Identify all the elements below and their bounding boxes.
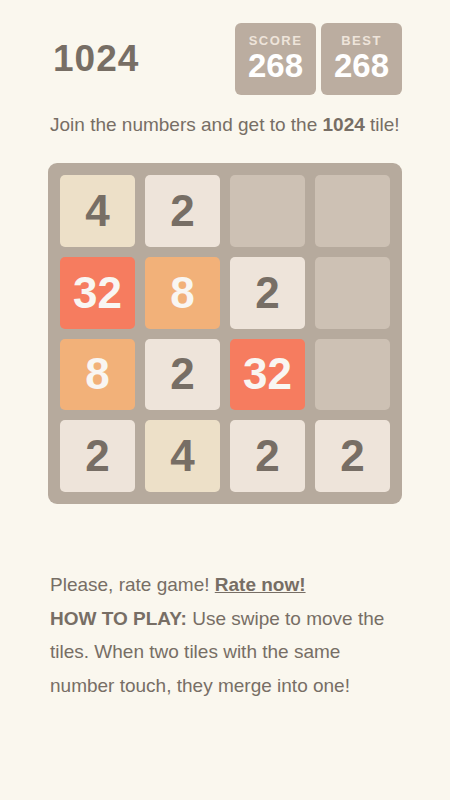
score-value: 268	[248, 47, 303, 85]
game-board[interactable]: 42328282322422	[48, 163, 402, 504]
tile-4: 4	[60, 175, 135, 247]
tile-2: 2	[60, 420, 135, 492]
howto-line: HOW TO PLAY: Use swipe to move the tiles…	[50, 602, 402, 703]
best-box: BEST 268	[321, 23, 402, 95]
tile-2: 2	[145, 339, 220, 411]
rate-prompt: Please, rate game!	[50, 574, 215, 595]
best-label: BEST	[341, 34, 382, 47]
tile-4: 4	[145, 420, 220, 492]
tile-8: 8	[60, 339, 135, 411]
score-label: SCORE	[249, 34, 303, 47]
score-panel: SCORE 268 BEST 268	[235, 23, 402, 95]
empty-cell	[315, 257, 390, 329]
tile-2: 2	[230, 420, 305, 492]
best-value: 268	[334, 47, 389, 85]
tile-2: 2	[230, 257, 305, 329]
score-box: SCORE 268	[235, 23, 316, 95]
howto-label: HOW TO PLAY:	[50, 608, 187, 629]
empty-cell	[230, 175, 305, 247]
empty-cell	[315, 175, 390, 247]
app-root: 1024 SCORE 268 BEST 268 Join the numbers…	[48, 23, 402, 702]
intro-text: Join the numbers and get to the 1024 til…	[50, 108, 402, 141]
intro-suffix: tile!	[365, 114, 400, 135]
intro-prefix: Join the numbers and get to the	[50, 114, 323, 135]
header: 1024 SCORE 268 BEST 268	[48, 23, 402, 95]
tile-32: 32	[230, 339, 305, 411]
footer: Please, rate game! Rate now! HOW TO PLAY…	[50, 568, 402, 702]
tile-32: 32	[60, 257, 135, 329]
empty-cell	[315, 339, 390, 411]
tile-8: 8	[145, 257, 220, 329]
rate-line: Please, rate game! Rate now!	[50, 568, 402, 602]
tile-2: 2	[315, 420, 390, 492]
tile-2: 2	[145, 175, 220, 247]
intro-goal-tile: 1024	[323, 114, 365, 135]
rate-now-link[interactable]: Rate now!	[215, 574, 306, 595]
game-title: 1024	[53, 38, 139, 80]
